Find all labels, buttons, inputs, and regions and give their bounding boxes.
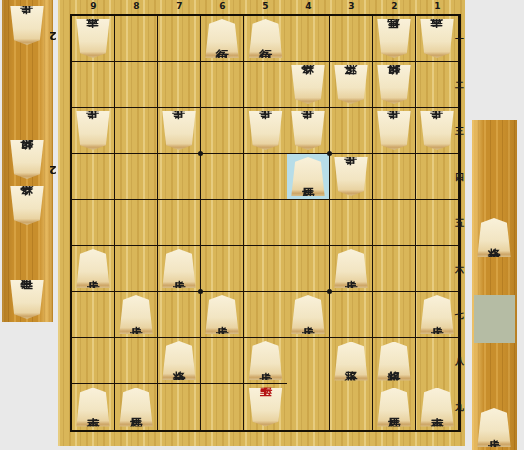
- file-label: 3: [330, 0, 373, 13]
- cell-4-5[interactable]: [287, 200, 330, 246]
- piece-gote-pawn[interactable]: 歩兵: [162, 111, 196, 150]
- cell-1-9[interactable]: 香車: [416, 384, 459, 430]
- piece-sente-bishop[interactable]: 角行: [249, 19, 283, 58]
- cell-4-4[interactable]: 桂馬: [287, 154, 330, 200]
- piece-gote-lance[interactable]: 香車: [76, 19, 110, 58]
- rank-label: 三: [454, 108, 465, 154]
- cell-3-2[interactable]: 王将: [330, 62, 373, 108]
- piece-sente-knight[interactable]: 桂馬: [377, 388, 411, 427]
- rank-labels: 一二三四五六七八九: [454, 16, 465, 430]
- cell-5-3[interactable]: 歩兵: [244, 108, 287, 154]
- cell-1-7[interactable]: 歩兵: [416, 292, 459, 338]
- cell-1-4[interactable]: [416, 154, 459, 200]
- cell-8-4[interactable]: [115, 154, 158, 200]
- file-label: 4: [287, 0, 330, 13]
- cell-8-3[interactable]: [115, 108, 158, 154]
- cell-1-5[interactable]: [416, 200, 459, 246]
- cell-4-3[interactable]: 歩兵: [287, 108, 330, 154]
- cell-8-7[interactable]: 歩兵: [115, 292, 158, 338]
- piece-sente-pawn[interactable]: 歩兵: [76, 249, 110, 288]
- cell-3-1[interactable]: [330, 16, 373, 62]
- cell-5-9[interactable]: 龍王: [244, 384, 287, 430]
- cell-7-3[interactable]: 歩兵: [158, 108, 201, 154]
- piece-gote-gold[interactable]: 金将: [10, 186, 44, 225]
- piece-gote-knight[interactable]: 桂馬: [377, 19, 411, 58]
- cell-6-7[interactable]: 歩兵: [201, 292, 244, 338]
- piece-gote-pawn[interactable]: 歩兵: [249, 111, 283, 150]
- cell-7-9[interactable]: [158, 384, 201, 430]
- piece-sente-king[interactable]: 玉将: [334, 342, 368, 381]
- cell-6-5[interactable]: [201, 200, 244, 246]
- cell-9-8[interactable]: [72, 338, 115, 384]
- cell-9-1[interactable]: 香車: [72, 16, 115, 62]
- cell-9-3[interactable]: 歩兵: [72, 108, 115, 154]
- cell-2-7[interactable]: [373, 292, 416, 338]
- cell-3-8[interactable]: 玉将: [330, 338, 373, 384]
- gote-captured-stand: 歩兵2銀将2金将飛車: [2, 0, 53, 322]
- piece-sente-knight[interactable]: 桂馬: [119, 388, 153, 427]
- rank-label: 八: [454, 338, 465, 384]
- cell-7-5[interactable]: [158, 200, 201, 246]
- gote-hand-gold[interactable]: 金将: [9, 186, 45, 226]
- cell-8-5[interactable]: [115, 200, 158, 246]
- cell-3-4[interactable]: 歩兵: [330, 154, 373, 200]
- cell-7-2[interactable]: [158, 62, 201, 108]
- cell-6-6[interactable]: [201, 246, 244, 292]
- cell-2-9[interactable]: 桂馬: [373, 384, 416, 430]
- piece-sente-lance[interactable]: 香車: [420, 388, 454, 427]
- piece-sente-pawn[interactable]: 歩兵: [162, 249, 196, 288]
- piece-gote-pawn[interactable]: 歩兵: [291, 111, 325, 150]
- cell-9-5[interactable]: [72, 200, 115, 246]
- file-label: 8: [115, 0, 158, 13]
- piece-sente-gold[interactable]: 金将: [162, 341, 196, 380]
- cell-7-6[interactable]: 歩兵: [158, 246, 201, 292]
- cell-1-2[interactable]: [416, 62, 459, 108]
- piece-sente-pawn[interactable]: 歩兵: [205, 295, 239, 334]
- sente-captured-stand: 金将歩兵: [472, 120, 517, 450]
- piece-sente-lance[interactable]: 香車: [76, 388, 110, 427]
- piece-gote-pawn[interactable]: 歩兵: [334, 157, 368, 196]
- piece-sente-gold[interactable]: 金将: [477, 218, 511, 257]
- rank-label: 九: [454, 384, 465, 430]
- capture-count: 2: [49, 163, 57, 176]
- cell-4-8[interactable]: [287, 338, 330, 384]
- cell-2-8[interactable]: 銀将: [373, 338, 416, 384]
- file-label: 1: [416, 0, 459, 13]
- hoshi-dot: [198, 289, 203, 294]
- piece-gote-silver[interactable]: 銀将: [10, 140, 44, 179]
- piece-sente-pawn[interactable]: 歩兵: [477, 408, 511, 447]
- cell-3-3[interactable]: [330, 108, 373, 154]
- cell-6-9[interactable]: [201, 384, 244, 430]
- piece-gote-rook[interactable]: 飛車: [10, 280, 44, 319]
- piece-gote-pawn[interactable]: 歩兵: [76, 111, 110, 150]
- piece-gote-silver[interactable]: 銀将: [377, 65, 411, 104]
- hand-slot-highlight: [474, 295, 515, 343]
- sente-hand-gold[interactable]: 金将: [476, 218, 512, 258]
- cell-7-1[interactable]: [158, 16, 201, 62]
- piece-gote-king[interactable]: 王将: [334, 65, 368, 104]
- cell-6-4[interactable]: [201, 154, 244, 200]
- cell-5-8[interactable]: 歩兵: [244, 338, 287, 384]
- piece-sente-silver[interactable]: 銀将: [377, 342, 411, 381]
- piece-sente-pawn[interactable]: 歩兵: [291, 295, 325, 334]
- cell-5-6[interactable]: [244, 246, 287, 292]
- cell-6-8[interactable]: [201, 338, 244, 384]
- cell-5-1[interactable]: 角行: [244, 16, 287, 62]
- gote-hand-pawn[interactable]: 歩兵2: [9, 6, 45, 46]
- capture-count: 2: [49, 29, 57, 42]
- piece-sente-bishop[interactable]: 角行: [205, 19, 239, 58]
- cell-3-7[interactable]: [330, 292, 373, 338]
- cell-6-2[interactable]: [201, 62, 244, 108]
- cell-4-9[interactable]: [287, 384, 330, 430]
- rank-label: 二: [454, 62, 465, 108]
- cell-1-8[interactable]: [416, 338, 459, 384]
- cell-8-1[interactable]: [115, 16, 158, 62]
- cell-7-4[interactable]: [158, 154, 201, 200]
- piece-gote-dragon[interactable]: 龍王: [249, 388, 283, 427]
- cell-8-6[interactable]: [115, 246, 158, 292]
- piece-sente-knight[interactable]: 桂馬: [291, 157, 325, 196]
- cell-4-6[interactable]: [287, 246, 330, 292]
- cell-3-6[interactable]: 歩兵: [330, 246, 373, 292]
- piece-sente-pawn[interactable]: 歩兵: [420, 295, 454, 334]
- gote-hand-silver[interactable]: 銀将2: [9, 140, 45, 180]
- hoshi-dot: [198, 151, 203, 156]
- cell-5-2[interactable]: [244, 62, 287, 108]
- cell-7-8[interactable]: 金将: [158, 338, 201, 384]
- cell-6-3[interactable]: [201, 108, 244, 154]
- cell-2-3[interactable]: 歩兵: [373, 108, 416, 154]
- board-grid: 香車角行角行桂馬香車金将王将銀将歩兵歩兵歩兵歩兵歩兵歩兵桂馬歩兵歩兵歩兵歩兵歩兵…: [70, 14, 461, 432]
- cell-5-4[interactable]: [244, 154, 287, 200]
- file-label: 7: [158, 0, 201, 13]
- rank-label: 一: [454, 16, 465, 62]
- cell-9-9[interactable]: 香車: [72, 384, 115, 430]
- hoshi-dot: [327, 151, 332, 156]
- piece-sente-pawn[interactable]: 歩兵: [119, 295, 153, 334]
- piece-sente-pawn[interactable]: 歩兵: [249, 341, 283, 380]
- piece-gote-gold[interactable]: 金将: [291, 65, 325, 104]
- cell-5-7[interactable]: [244, 292, 287, 338]
- cell-2-2[interactable]: 銀将: [373, 62, 416, 108]
- file-labels: 987654321: [72, 0, 459, 13]
- rank-label: 五: [454, 200, 465, 246]
- shogi-board: 987654321 香車角行角行桂馬香車金将王将銀将歩兵歩兵歩兵歩兵歩兵歩兵桂馬…: [58, 0, 465, 446]
- cell-2-4[interactable]: [373, 154, 416, 200]
- piece-sente-pawn[interactable]: 歩兵: [334, 249, 368, 288]
- cell-6-1[interactable]: 角行: [201, 16, 244, 62]
- file-label: 9: [72, 0, 115, 13]
- piece-gote-pawn[interactable]: 歩兵: [10, 6, 44, 45]
- cell-4-7[interactable]: 歩兵: [287, 292, 330, 338]
- cell-2-5[interactable]: [373, 200, 416, 246]
- cell-4-2[interactable]: 金将: [287, 62, 330, 108]
- rank-label: 四: [454, 154, 465, 200]
- rank-label: 六: [454, 246, 465, 292]
- cell-3-9[interactable]: [330, 384, 373, 430]
- cell-9-4[interactable]: [72, 154, 115, 200]
- file-label: 6: [201, 0, 244, 13]
- cell-1-1[interactable]: 香車: [416, 16, 459, 62]
- hoshi-dot: [327, 289, 332, 294]
- cell-2-1[interactable]: 桂馬: [373, 16, 416, 62]
- shogi-app: 歩兵2銀将2金将飛車 987654321 香車角行角行桂馬香車金将王将銀将歩兵歩…: [0, 0, 524, 450]
- cell-5-5[interactable]: [244, 200, 287, 246]
- cell-8-2[interactable]: [115, 62, 158, 108]
- piece-gote-pawn[interactable]: 歩兵: [420, 111, 454, 150]
- piece-gote-lance[interactable]: 香車: [420, 19, 454, 58]
- cell-9-7[interactable]: [72, 292, 115, 338]
- cell-8-9[interactable]: 桂馬: [115, 384, 158, 430]
- file-label: 5: [244, 0, 287, 13]
- cell-8-8[interactable]: [115, 338, 158, 384]
- cell-4-1[interactable]: [287, 16, 330, 62]
- cell-2-6[interactable]: [373, 246, 416, 292]
- piece-gote-pawn[interactable]: 歩兵: [377, 111, 411, 150]
- sente-hand-pawn[interactable]: 歩兵: [476, 408, 512, 448]
- file-label: 2: [373, 0, 416, 13]
- cell-9-2[interactable]: [72, 62, 115, 108]
- cell-1-3[interactable]: 歩兵: [416, 108, 459, 154]
- rank-label: 七: [454, 292, 465, 338]
- cell-3-5[interactable]: [330, 200, 373, 246]
- cell-7-7[interactable]: [158, 292, 201, 338]
- gote-hand-rook[interactable]: 飛車: [9, 280, 45, 320]
- cell-9-6[interactable]: 歩兵: [72, 246, 115, 292]
- cell-1-6[interactable]: [416, 246, 459, 292]
